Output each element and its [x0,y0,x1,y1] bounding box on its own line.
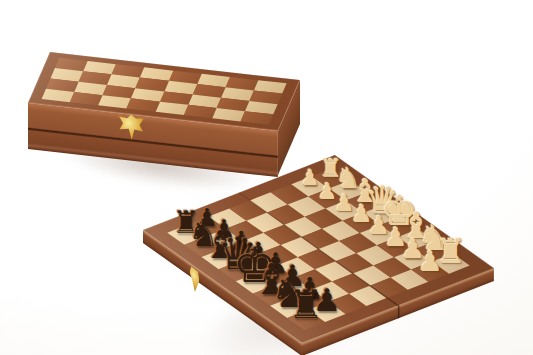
piece-black-rook-h8: ♜ [289,286,324,325]
piece-black-knight-b8: ♞ [188,217,219,251]
piece-black-queen-d8: ♛ [218,232,258,277]
piece-white-rook-a1: ♜ [320,156,343,181]
open-chess-board: ♜♞♝♛♚♝♞♜♟♟♟♟♟♟♟♟♟♟♟♟♟♟♟♟♜♞♝♛♚♝♞♜ [0,0,533,355]
piece-white-pawn-a2: ♟ [301,168,320,189]
piece-black-pawn-g7: ♟ [296,273,323,303]
piece-white-bishop-f1: ♝ [400,208,432,244]
piece-white-bishop-c1: ♝ [351,175,380,207]
piece-white-king-e1: ♚ [381,191,418,232]
piece-black-pawn-a7: ♟ [196,205,218,230]
piece-black-king-e8: ♚ [233,241,276,290]
piece-black-rook-a8: ♜ [172,208,200,239]
piece-black-knight-g8: ♞ [271,273,307,314]
product-photo-stage: ♜♞♝♛♚♝♞♜♟♟♟♟♟♟♟♟♟♟♟♟♟♟♟♟♜♞♝♛♚♝♞♜ [0,0,533,355]
piece-white-pawn-g2: ♟ [401,236,425,263]
piece-black-pawn-b7: ♟ [213,217,236,243]
piece-white-pawn-b2: ♟ [317,179,337,201]
piece-black-pawn-f7: ♟ [279,262,305,291]
piece-white-pawn-d2: ♟ [351,202,373,226]
pieces-layer: ♜♞♝♛♚♝♞♜♟♟♟♟♟♟♟♟♟♟♟♟♟♟♟♟♜♞♝♛♚♝♞♜ [0,0,533,355]
piece-black-bishop-c8: ♝ [203,226,237,264]
piece-white-queen-d1: ♛ [365,182,399,220]
piece-white-pawn-e2: ♟ [367,213,390,238]
piece-black-bishop-f8: ♝ [253,259,291,301]
piece-black-pawn-e7: ♟ [263,251,288,279]
piece-white-pawn-f2: ♟ [384,224,407,250]
piece-black-pawn-c7: ♟ [229,228,253,255]
piece-black-pawn-d7: ♟ [246,239,271,267]
piece-white-pawn-h2: ♟ [418,247,443,275]
piece-white-knight-g1: ♞ [418,221,449,256]
piece-white-knight-b1: ♞ [335,166,360,194]
piece-white-rook-h1: ♜ [436,234,466,267]
piece-white-pawn-c2: ♟ [334,190,355,213]
piece-black-pawn-h7: ♟ [313,285,341,316]
